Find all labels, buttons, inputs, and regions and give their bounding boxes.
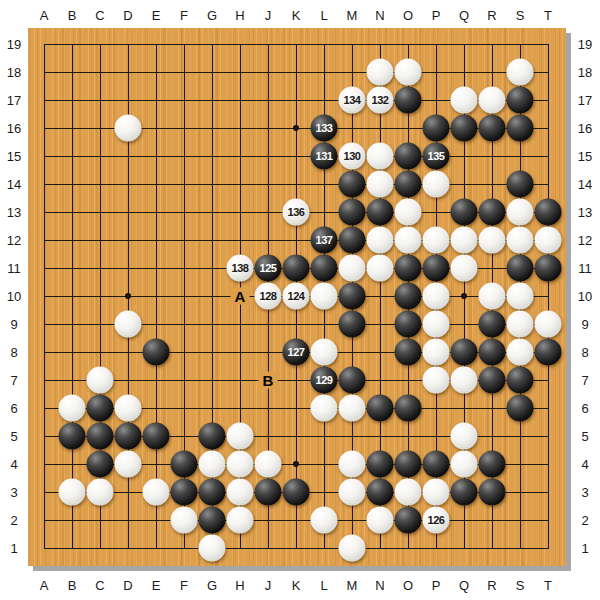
column-label-top: E	[152, 9, 161, 22]
black-stone	[479, 339, 506, 366]
black-stone	[339, 199, 366, 226]
move-number-label: 134	[344, 95, 361, 106]
move-number-label: 129	[316, 375, 333, 386]
white-stone	[395, 479, 422, 506]
column-label-top: A	[40, 9, 49, 22]
black-stone: 129	[311, 367, 338, 394]
black-stone	[143, 339, 170, 366]
column-label-top: B	[68, 9, 77, 22]
white-stone	[423, 367, 450, 394]
row-label-right: 15	[578, 150, 592, 163]
row-label-right: 12	[578, 234, 592, 247]
white-stone	[115, 311, 142, 338]
black-stone	[395, 171, 422, 198]
white-stone	[451, 255, 478, 282]
black-stone: 131	[311, 143, 338, 170]
white-stone	[507, 339, 534, 366]
white-stone	[507, 199, 534, 226]
row-label-left: 9	[10, 318, 17, 331]
row-label-right: 16	[578, 122, 592, 135]
row-label-left: 13	[7, 206, 21, 219]
move-number-label: 131	[316, 151, 333, 162]
black-stone	[283, 479, 310, 506]
column-label-bottom: Q	[459, 579, 469, 592]
row-label-right: 13	[578, 206, 592, 219]
white-stone	[479, 227, 506, 254]
black-stone	[395, 395, 422, 422]
white-stone	[367, 143, 394, 170]
column-label-top: L	[320, 9, 327, 22]
black-stone	[479, 451, 506, 478]
move-number-label: 124	[288, 291, 305, 302]
row-label-left: 7	[10, 374, 17, 387]
row-label-left: 3	[10, 486, 17, 499]
move-number-label: 137	[316, 235, 333, 246]
column-label-top: C	[95, 9, 104, 22]
column-label-bottom: S	[516, 579, 525, 592]
white-stone	[59, 395, 86, 422]
white-stone	[535, 227, 562, 254]
move-number-label: 127	[288, 347, 305, 358]
black-stone	[395, 311, 422, 338]
move-number-label: 132	[372, 95, 389, 106]
white-stone	[171, 507, 198, 534]
white-stone	[367, 227, 394, 254]
white-stone	[339, 535, 366, 562]
white-stone	[143, 479, 170, 506]
black-stone	[395, 451, 422, 478]
black-stone: 125	[255, 255, 282, 282]
white-stone	[395, 199, 422, 226]
black-stone	[395, 507, 422, 534]
white-stone: 132	[367, 87, 394, 114]
white-stone	[311, 283, 338, 310]
white-stone	[339, 395, 366, 422]
black-stone	[143, 423, 170, 450]
white-stone	[227, 479, 254, 506]
black-stone	[395, 283, 422, 310]
black-stone	[507, 255, 534, 282]
row-label-left: 10	[7, 290, 21, 303]
black-stone	[87, 423, 114, 450]
white-stone	[423, 339, 450, 366]
white-stone	[423, 311, 450, 338]
row-label-left: 8	[10, 346, 17, 359]
black-stone	[423, 255, 450, 282]
black-stone	[507, 395, 534, 422]
white-stone	[87, 367, 114, 394]
white-stone	[507, 59, 534, 86]
column-label-top: Q	[459, 9, 469, 22]
letter-mark-a: A	[231, 288, 250, 305]
white-stone	[255, 451, 282, 478]
move-number-label: 130	[344, 151, 361, 162]
black-stone	[507, 171, 534, 198]
black-stone	[507, 367, 534, 394]
black-stone	[367, 451, 394, 478]
white-stone	[367, 59, 394, 86]
black-stone	[171, 479, 198, 506]
column-label-bottom: L	[320, 579, 327, 592]
letter-mark-b: B	[259, 372, 278, 389]
white-stone	[423, 479, 450, 506]
column-label-bottom: G	[207, 579, 217, 592]
white-stone	[87, 479, 114, 506]
black-stone	[451, 115, 478, 142]
white-stone	[311, 507, 338, 534]
row-label-left: 5	[10, 430, 17, 443]
column-label-top: J	[265, 9, 272, 22]
white-stone	[339, 451, 366, 478]
column-label-bottom: H	[235, 579, 244, 592]
column-label-bottom: K	[292, 579, 301, 592]
white-stone	[507, 227, 534, 254]
black-stone	[311, 255, 338, 282]
black-stone	[535, 199, 562, 226]
black-stone	[451, 199, 478, 226]
row-label-right: 1	[581, 542, 588, 555]
row-label-left: 15	[7, 150, 21, 163]
column-label-top: R	[487, 9, 496, 22]
white-stone	[451, 367, 478, 394]
white-stone	[451, 87, 478, 114]
white-stone	[115, 451, 142, 478]
black-stone	[395, 255, 422, 282]
white-stone	[227, 507, 254, 534]
row-label-left: 11	[7, 262, 21, 275]
column-label-bottom: N	[375, 579, 384, 592]
black-stone	[255, 479, 282, 506]
white-stone	[423, 171, 450, 198]
column-label-top: F	[180, 9, 188, 22]
white-stone	[227, 451, 254, 478]
white-stone	[339, 479, 366, 506]
white-stone	[451, 451, 478, 478]
black-stone	[479, 115, 506, 142]
black-stone	[507, 87, 534, 114]
row-label-left: 4	[10, 458, 17, 471]
black-stone	[451, 479, 478, 506]
star-point	[293, 125, 299, 131]
row-label-right: 19	[578, 38, 592, 51]
column-label-bottom: A	[40, 579, 49, 592]
white-stone	[59, 479, 86, 506]
black-stone	[339, 367, 366, 394]
row-label-right: 4	[581, 458, 588, 471]
column-label-bottom: E	[152, 579, 161, 592]
black-stone	[451, 339, 478, 366]
white-stone: 128	[255, 283, 282, 310]
black-stone	[199, 423, 226, 450]
black-stone	[115, 423, 142, 450]
column-label-top: K	[292, 9, 301, 22]
white-stone	[115, 395, 142, 422]
white-stone	[395, 227, 422, 254]
column-label-top: M	[347, 9, 358, 22]
black-stone	[367, 395, 394, 422]
white-stone	[199, 535, 226, 562]
white-stone	[507, 311, 534, 338]
row-label-left: 14	[7, 178, 21, 191]
white-stone	[311, 395, 338, 422]
white-stone	[451, 423, 478, 450]
white-stone	[479, 87, 506, 114]
row-label-right: 10	[578, 290, 592, 303]
row-label-left: 18	[7, 66, 21, 79]
black-stone	[423, 115, 450, 142]
column-label-bottom: J	[265, 579, 272, 592]
black-stone	[395, 87, 422, 114]
column-label-bottom: C	[95, 579, 104, 592]
black-stone: 135	[423, 143, 450, 170]
white-stone	[423, 227, 450, 254]
white-stone	[479, 283, 506, 310]
white-stone: 138	[227, 255, 254, 282]
row-label-right: 5	[581, 430, 588, 443]
column-label-bottom: P	[432, 579, 441, 592]
black-stone	[367, 199, 394, 226]
black-stone	[535, 255, 562, 282]
row-label-left: 19	[7, 38, 21, 51]
column-label-top: P	[432, 9, 441, 22]
black-stone: 133	[311, 115, 338, 142]
black-stone	[339, 171, 366, 198]
black-stone	[87, 451, 114, 478]
black-stone	[199, 479, 226, 506]
column-label-bottom: D	[123, 579, 132, 592]
black-stone	[339, 283, 366, 310]
go-diagram-page: ABCDEFGHJKLMNOPQRST ABCDEFGHJKLMNOPQRST …	[0, 0, 600, 600]
star-point	[461, 293, 467, 299]
black-stone: 127	[283, 339, 310, 366]
white-stone	[227, 423, 254, 450]
row-label-right: 14	[578, 178, 592, 191]
black-stone: 137	[311, 227, 338, 254]
black-stone	[535, 339, 562, 366]
black-stone	[479, 479, 506, 506]
black-stone	[395, 339, 422, 366]
move-number-label: 126	[428, 515, 445, 526]
column-label-top: G	[207, 9, 217, 22]
move-number-label: 125	[260, 263, 277, 274]
column-label-top: O	[403, 9, 413, 22]
row-label-left: 16	[7, 122, 21, 135]
white-stone: 134	[339, 87, 366, 114]
black-stone	[59, 423, 86, 450]
white-stone: 126	[423, 507, 450, 534]
row-label-right: 6	[581, 402, 588, 415]
black-stone	[479, 311, 506, 338]
row-label-left: 12	[7, 234, 21, 247]
move-number-label: 138	[232, 263, 249, 274]
move-number-label: 135	[428, 151, 445, 162]
black-stone	[507, 115, 534, 142]
black-stone	[283, 255, 310, 282]
column-label-top: N	[375, 9, 384, 22]
white-stone	[339, 255, 366, 282]
column-label-bottom: F	[180, 579, 188, 592]
column-label-bottom: M	[347, 579, 358, 592]
white-stone	[367, 171, 394, 198]
white-stone: 136	[283, 199, 310, 226]
row-label-right: 18	[578, 66, 592, 79]
star-point	[125, 293, 131, 299]
row-label-right: 2	[581, 514, 588, 527]
white-stone	[115, 115, 142, 142]
row-label-right: 17	[578, 94, 592, 107]
column-label-bottom: R	[487, 579, 496, 592]
black-stone	[339, 227, 366, 254]
black-stone	[199, 507, 226, 534]
white-stone: 124	[283, 283, 310, 310]
column-label-top: H	[235, 9, 244, 22]
column-label-bottom: O	[403, 579, 413, 592]
column-label-top: S	[516, 9, 525, 22]
row-label-left: 1	[10, 542, 17, 555]
column-label-bottom: T	[544, 579, 552, 592]
row-label-right: 7	[581, 374, 588, 387]
move-number-label: 136	[288, 207, 305, 218]
column-label-bottom: B	[68, 579, 77, 592]
white-stone	[199, 451, 226, 478]
white-stone	[423, 283, 450, 310]
black-stone	[87, 395, 114, 422]
row-label-right: 11	[578, 262, 592, 275]
black-stone	[479, 367, 506, 394]
black-stone	[423, 451, 450, 478]
white-stone	[507, 283, 534, 310]
move-number-label: 128	[260, 291, 277, 302]
row-label-right: 8	[581, 346, 588, 359]
row-label-left: 2	[10, 514, 17, 527]
white-stone	[367, 507, 394, 534]
move-number-label: 133	[316, 123, 333, 134]
go-board[interactable]: 1341321331311301351361371381251281241271…	[28, 28, 566, 566]
white-stone: 130	[339, 143, 366, 170]
black-stone	[395, 143, 422, 170]
black-stone	[479, 199, 506, 226]
white-stone	[451, 227, 478, 254]
row-label-right: 3	[581, 486, 588, 499]
black-stone	[367, 479, 394, 506]
white-stone	[395, 59, 422, 86]
star-point	[293, 461, 299, 467]
white-stone	[367, 255, 394, 282]
black-stone	[339, 311, 366, 338]
black-stone	[171, 451, 198, 478]
row-label-left: 17	[7, 94, 21, 107]
white-stone	[311, 339, 338, 366]
column-label-top: T	[544, 9, 552, 22]
row-label-left: 6	[10, 402, 17, 415]
white-stone	[535, 311, 562, 338]
row-label-right: 9	[581, 318, 588, 331]
column-label-top: D	[123, 9, 132, 22]
